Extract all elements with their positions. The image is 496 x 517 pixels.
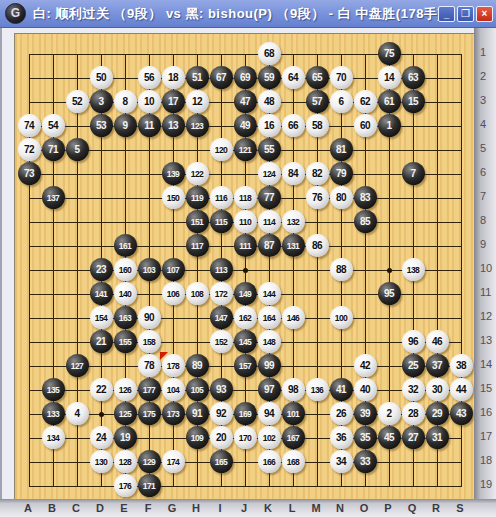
row-label-5: 5: [480, 142, 496, 156]
move-number: 54: [48, 120, 58, 131]
stone-black-69[interactable]: 69: [234, 66, 257, 89]
row-label-1: 1: [480, 46, 496, 60]
stone-black-49[interactable]: 49: [234, 114, 257, 137]
stone-white-30[interactable]: 30: [426, 378, 449, 401]
move-number: 51: [192, 72, 202, 83]
move-number: 17: [168, 96, 178, 107]
stone-white-56[interactable]: 56: [138, 66, 161, 89]
stone-white-100[interactable]: 100: [330, 306, 353, 329]
stone-white-10[interactable]: 10: [138, 90, 161, 113]
move-number: 9: [122, 120, 127, 131]
row-label-15: 15: [480, 382, 496, 396]
row-label-8: 8: [480, 214, 496, 228]
stone-white-8[interactable]: 8: [114, 90, 137, 113]
move-number: 79: [336, 168, 346, 179]
move-number: 76: [312, 192, 322, 203]
close-button[interactable]: ×: [476, 6, 493, 22]
stone-white-122[interactable]: 122: [186, 162, 209, 185]
move-number: 56: [144, 72, 154, 83]
stone-black-141[interactable]: 141: [90, 282, 113, 305]
row-label-10: 10: [480, 262, 496, 276]
stone-black-115[interactable]: 115: [210, 210, 233, 233]
go-client-window: { "window": { "title": "白: 顺利过关 （9段） vs …: [0, 0, 496, 517]
stone-black-147[interactable]: 147: [210, 306, 233, 329]
stone-black-93[interactable]: 93: [210, 378, 233, 401]
stone-white-42[interactable]: 42: [354, 354, 377, 377]
stone-black-167[interactable]: 167: [282, 426, 305, 449]
stone-white-58[interactable]: 58: [306, 114, 329, 137]
star-point: [99, 412, 104, 417]
move-number: 4: [74, 408, 79, 419]
stone-white-118[interactable]: 118: [234, 186, 257, 209]
stone-white-172[interactable]: 172: [210, 282, 233, 305]
stone-black-131[interactable]: 131: [282, 234, 305, 257]
stone-white-144[interactable]: 144: [258, 282, 281, 305]
move-number: 93: [216, 384, 226, 395]
stone-black-63[interactable]: 63: [402, 66, 425, 89]
column-label-F: F: [140, 502, 156, 514]
move-number: 167: [287, 433, 300, 443]
stone-black-7[interactable]: 7: [402, 162, 425, 185]
stone-white-128[interactable]: 128: [114, 450, 137, 473]
stone-white-68[interactable]: 68: [258, 42, 281, 65]
stone-white-28[interactable]: 28: [402, 402, 425, 425]
stone-white-174[interactable]: 174: [162, 450, 185, 473]
stone-white-108[interactable]: 108: [186, 282, 209, 305]
stone-white-60[interactable]: 60: [354, 114, 377, 137]
move-number: 64: [288, 72, 298, 83]
move-number: 1: [386, 120, 391, 131]
move-number: 18: [168, 72, 178, 83]
move-number: 97: [264, 384, 274, 395]
stone-white-78[interactable]: 78: [138, 354, 161, 377]
move-number: 13: [168, 120, 178, 131]
move-number: 155: [119, 337, 132, 347]
stone-black-79[interactable]: 79: [330, 162, 353, 185]
stone-black-121[interactable]: 121: [234, 138, 257, 161]
stone-black-85[interactable]: 85: [354, 210, 377, 233]
stone-white-116[interactable]: 116: [210, 186, 233, 209]
move-number: 175: [143, 409, 156, 419]
column-label-H: H: [188, 502, 204, 514]
stone-white-16[interactable]: 16: [258, 114, 281, 137]
move-number: 34: [336, 456, 346, 467]
stone-black-127[interactable]: 127: [66, 354, 89, 377]
move-number: 21: [96, 336, 106, 347]
column-label-R: R: [428, 502, 444, 514]
column-label-B: B: [44, 502, 60, 514]
move-number: 72: [24, 144, 34, 155]
stone-white-40[interactable]: 40: [354, 378, 377, 401]
move-number: 126: [119, 385, 132, 395]
move-number: 3: [98, 96, 103, 107]
stone-white-82[interactable]: 82: [306, 162, 329, 185]
row-coordinate-strip: 12345678910111213141516171819: [474, 28, 496, 499]
stone-black-5[interactable]: 5: [66, 138, 89, 161]
stone-black-113[interactable]: 113: [210, 258, 233, 281]
column-label-O: O: [356, 502, 372, 514]
stone-white-34[interactable]: 34: [330, 450, 353, 473]
stone-white-150[interactable]: 150: [162, 186, 185, 209]
stone-black-129[interactable]: 129: [138, 450, 161, 473]
move-number: 7: [410, 168, 415, 179]
stone-white-14[interactable]: 14: [378, 66, 401, 89]
stone-white-114[interactable]: 114: [258, 210, 281, 233]
move-number: 70: [336, 72, 346, 83]
stone-black-107[interactable]: 107: [162, 258, 185, 281]
move-number: 8: [122, 96, 127, 107]
stone-black-31[interactable]: 31: [426, 426, 449, 449]
stone-black-33[interactable]: 33: [354, 450, 377, 473]
stone-black-27[interactable]: 27: [402, 426, 425, 449]
move-number: 129: [143, 457, 156, 467]
stone-black-67[interactable]: 67: [210, 66, 233, 89]
move-number: 66: [288, 120, 298, 131]
move-number: 165: [215, 457, 228, 467]
stone-white-32[interactable]: 32: [402, 378, 425, 401]
move-number: 6: [338, 96, 343, 107]
stone-white-160[interactable]: 160: [114, 258, 137, 281]
stone-black-155[interactable]: 155: [114, 330, 137, 353]
stone-white-178[interactable]: 178: [162, 354, 185, 377]
move-number: 161: [119, 241, 132, 251]
move-number: 125: [119, 409, 132, 419]
stone-white-152[interactable]: 152: [210, 330, 233, 353]
move-number: 104: [167, 385, 180, 395]
stone-black-19[interactable]: 19: [114, 426, 137, 449]
stone-white-22[interactable]: 22: [90, 378, 113, 401]
stone-black-175[interactable]: 175: [138, 402, 161, 425]
stone-black-1[interactable]: 1: [378, 114, 401, 137]
stone-white-20[interactable]: 20: [210, 426, 233, 449]
column-label-I: I: [212, 502, 228, 514]
move-number: 170: [239, 433, 252, 443]
stone-black-161[interactable]: 161: [114, 234, 137, 257]
move-number: 89: [192, 360, 202, 371]
stone-white-62[interactable]: 62: [354, 90, 377, 113]
move-number: 73: [24, 168, 34, 179]
stone-black-119[interactable]: 119: [186, 186, 209, 209]
stone-black-17[interactable]: 17: [162, 90, 185, 113]
stone-white-106[interactable]: 106: [162, 282, 185, 305]
stone-white-140[interactable]: 140: [114, 282, 137, 305]
move-number: 48: [264, 96, 274, 107]
move-number: 114: [263, 217, 275, 227]
stone-white-76[interactable]: 76: [306, 186, 329, 209]
stone-white-120[interactable]: 120: [210, 138, 233, 161]
stone-white-134[interactable]: 134: [42, 426, 65, 449]
stone-black-163[interactable]: 163: [114, 306, 137, 329]
column-label-M: M: [308, 502, 324, 514]
stone-black-137[interactable]: 137: [42, 186, 65, 209]
stone-black-3[interactable]: 3: [90, 90, 113, 113]
row-label-3: 3: [480, 94, 496, 108]
move-number: 162: [239, 313, 252, 323]
stone-white-98[interactable]: 98: [282, 378, 305, 401]
stone-white-4[interactable]: 4: [66, 402, 89, 425]
move-number: 35: [360, 432, 370, 443]
move-number: 176: [119, 481, 132, 491]
stone-black-37[interactable]: 37: [426, 354, 449, 377]
stone-white-38[interactable]: 38: [450, 354, 473, 377]
stone-black-73[interactable]: 73: [18, 162, 41, 185]
stone-black-53[interactable]: 53: [90, 114, 113, 137]
move-number: 164: [263, 313, 276, 323]
move-number: 11: [144, 120, 154, 131]
stone-black-173[interactable]: 173: [162, 402, 185, 425]
stone-black-25[interactable]: 25: [402, 354, 425, 377]
stone-white-72[interactable]: 72: [18, 138, 41, 161]
stone-white-124[interactable]: 124: [258, 162, 281, 185]
stone-white-130[interactable]: 130: [90, 450, 113, 473]
stone-black-123[interactable]: 123: [186, 114, 209, 137]
column-label-K: K: [260, 502, 276, 514]
stone-white-84[interactable]: 84: [282, 162, 305, 185]
stone-white-94[interactable]: 94: [258, 402, 281, 425]
stone-black-23[interactable]: 23: [90, 258, 113, 281]
move-number: 147: [215, 313, 228, 323]
maximize-button[interactable]: ❐: [457, 6, 474, 22]
stone-white-148[interactable]: 148: [258, 330, 281, 353]
stone-white-132[interactable]: 132: [282, 210, 305, 233]
stone-black-35[interactable]: 35: [354, 426, 377, 449]
move-number: 26: [336, 408, 346, 419]
move-number: 91: [192, 408, 202, 419]
stone-black-151[interactable]: 151: [186, 210, 209, 233]
column-label-N: N: [332, 502, 348, 514]
stone-white-138[interactable]: 138: [402, 258, 425, 281]
move-number: 119: [191, 193, 203, 203]
move-number: 111: [239, 241, 251, 251]
stone-white-66[interactable]: 66: [282, 114, 305, 137]
stone-white-74[interactable]: 74: [18, 114, 41, 137]
move-number: 154: [95, 313, 108, 323]
stone-black-145[interactable]: 145: [234, 330, 257, 353]
stone-black-97[interactable]: 97: [258, 378, 281, 401]
stone-black-81[interactable]: 81: [330, 138, 353, 161]
stone-white-64[interactable]: 64: [282, 66, 305, 89]
stone-black-71[interactable]: 71: [42, 138, 65, 161]
move-number: 87: [264, 240, 274, 251]
stone-white-48[interactable]: 48: [258, 90, 281, 113]
move-number: 99: [264, 360, 274, 371]
stone-white-70[interactable]: 70: [330, 66, 353, 89]
move-number: 168: [287, 457, 300, 467]
stone-white-96[interactable]: 96: [402, 330, 425, 353]
stone-white-170[interactable]: 170: [234, 426, 257, 449]
stone-black-165[interactable]: 165: [210, 450, 233, 473]
move-number: 166: [263, 457, 276, 467]
move-number: 10: [144, 96, 154, 107]
go-board[interactable]: 6875505618516769596465701463523810171247…: [14, 33, 476, 500]
move-number: 68: [264, 48, 274, 59]
stone-black-75[interactable]: 75: [378, 42, 401, 65]
stone-white-126[interactable]: 126: [114, 378, 137, 401]
stone-black-103[interactable]: 103: [138, 258, 161, 281]
move-number: 44: [456, 384, 466, 395]
move-number: 77: [264, 192, 274, 203]
stone-black-11[interactable]: 11: [138, 114, 161, 137]
move-number: 136: [311, 385, 324, 395]
stone-black-125[interactable]: 125: [114, 402, 137, 425]
stone-black-169[interactable]: 169: [234, 402, 257, 425]
stone-white-54[interactable]: 54: [42, 114, 65, 137]
stone-white-88[interactable]: 88: [330, 258, 353, 281]
stone-white-158[interactable]: 158: [138, 330, 161, 353]
stone-black-111[interactable]: 111: [234, 234, 257, 257]
stone-black-39[interactable]: 39: [354, 402, 377, 425]
stone-white-52[interactable]: 52: [66, 90, 89, 113]
stone-black-135[interactable]: 135: [42, 378, 65, 401]
move-number: 86: [312, 240, 322, 251]
stone-black-9[interactable]: 9: [114, 114, 137, 137]
move-number: 90: [144, 312, 154, 323]
move-number: 140: [119, 289, 132, 299]
move-number: 172: [215, 289, 228, 299]
stone-black-101[interactable]: 101: [282, 402, 305, 425]
move-number: 100: [335, 313, 348, 323]
stone-black-109[interactable]: 109: [186, 426, 209, 449]
move-number: 109: [191, 433, 204, 443]
move-number: 92: [216, 408, 226, 419]
move-number: 20: [216, 432, 226, 443]
stone-black-157[interactable]: 157: [234, 354, 257, 377]
window-left-edge: [0, 28, 2, 517]
stone-white-168[interactable]: 168: [282, 450, 305, 473]
stone-white-146[interactable]: 146: [282, 306, 305, 329]
stone-white-164[interactable]: 164: [258, 306, 281, 329]
move-number: 101: [287, 409, 300, 419]
stone-white-166[interactable]: 166: [258, 450, 281, 473]
stone-white-6[interactable]: 6: [330, 90, 353, 113]
stone-white-18[interactable]: 18: [162, 66, 185, 89]
stone-black-59[interactable]: 59: [258, 66, 281, 89]
stone-black-45[interactable]: 45: [378, 426, 401, 449]
stone-black-13[interactable]: 13: [162, 114, 185, 137]
column-label-L: L: [284, 502, 300, 514]
move-number: 95: [384, 288, 394, 299]
stone-black-29[interactable]: 29: [426, 402, 449, 425]
stone-white-86[interactable]: 86: [306, 234, 329, 257]
move-number: 160: [119, 265, 132, 275]
stone-white-26[interactable]: 26: [330, 402, 353, 425]
move-number: 23: [96, 264, 106, 275]
stone-black-99[interactable]: 99: [258, 354, 281, 377]
row-label-6: 6: [480, 166, 496, 180]
stone-white-154[interactable]: 154: [90, 306, 113, 329]
move-number: 121: [239, 145, 252, 155]
column-label-P: P: [380, 502, 396, 514]
stone-black-149[interactable]: 149: [234, 282, 257, 305]
move-number: 80: [336, 192, 346, 203]
move-number: 61: [384, 96, 394, 107]
move-number: 107: [167, 265, 180, 275]
stone-black-61[interactable]: 61: [378, 90, 401, 113]
stone-white-90[interactable]: 90: [138, 306, 161, 329]
move-number: 128: [119, 457, 132, 467]
stone-black-177[interactable]: 177: [138, 378, 161, 401]
stone-white-136[interactable]: 136: [306, 378, 329, 401]
stone-black-117[interactable]: 117: [186, 234, 209, 257]
stone-black-133[interactable]: 133: [42, 402, 65, 425]
move-number: 133: [47, 409, 60, 419]
move-number: 36: [336, 432, 346, 443]
stone-black-15[interactable]: 15: [402, 90, 425, 113]
stone-white-104[interactable]: 104: [162, 378, 185, 401]
column-label-C: C: [68, 502, 84, 514]
minimize-button[interactable]: _: [438, 6, 455, 22]
move-number: 178: [167, 361, 180, 371]
move-number: 52: [72, 96, 82, 107]
stone-white-110[interactable]: 110: [234, 210, 257, 233]
move-number: 24: [96, 432, 106, 443]
stone-black-139[interactable]: 139: [162, 162, 185, 185]
stone-white-92[interactable]: 92: [210, 402, 233, 425]
move-number: 144: [263, 289, 276, 299]
stone-black-65[interactable]: 65: [306, 66, 329, 89]
move-number: 132: [287, 217, 300, 227]
move-number: 50: [96, 72, 106, 83]
stone-black-91[interactable]: 91: [186, 402, 209, 425]
stone-black-41[interactable]: 41: [330, 378, 353, 401]
star-point: [243, 268, 248, 273]
column-label-D: D: [92, 502, 108, 514]
stone-white-2[interactable]: 2: [378, 402, 401, 425]
stone-black-43[interactable]: 43: [450, 402, 473, 425]
move-number: 31: [432, 432, 442, 443]
titlebar[interactable]: G 白: 顺利过关 （9段） vs 黑: bishou(P) （9段） - 白 …: [0, 0, 496, 28]
move-number: 82: [312, 168, 322, 179]
move-number: 5: [74, 144, 79, 155]
stone-white-162[interactable]: 162: [234, 306, 257, 329]
stone-white-50[interactable]: 50: [90, 66, 113, 89]
window-controls: _ ❐ ×: [438, 6, 493, 22]
stone-white-176[interactable]: 176: [114, 474, 137, 497]
move-number: 124: [263, 169, 276, 179]
move-number: 33: [360, 456, 370, 467]
move-number: 42: [360, 360, 370, 371]
stone-white-12[interactable]: 12: [186, 90, 209, 113]
row-label-9: 9: [480, 238, 496, 252]
stone-black-51[interactable]: 51: [186, 66, 209, 89]
stone-black-57[interactable]: 57: [306, 90, 329, 113]
stone-black-83[interactable]: 83: [354, 186, 377, 209]
stone-white-36[interactable]: 36: [330, 426, 353, 449]
move-number: 141: [95, 289, 108, 299]
stone-black-55[interactable]: 55: [258, 138, 281, 161]
stone-black-95[interactable]: 95: [378, 282, 401, 305]
move-number: 60: [360, 120, 370, 131]
stone-white-44[interactable]: 44: [450, 378, 473, 401]
stone-white-80[interactable]: 80: [330, 186, 353, 209]
stone-white-102[interactable]: 102: [258, 426, 281, 449]
move-number: 67: [216, 72, 226, 83]
stone-black-171[interactable]: 171: [138, 474, 161, 497]
stone-black-89[interactable]: 89: [186, 354, 209, 377]
stone-black-105[interactable]: 105: [186, 378, 209, 401]
move-number: 127: [71, 361, 84, 371]
move-number: 113: [215, 265, 227, 275]
stone-black-77[interactable]: 77: [258, 186, 281, 209]
stone-white-24[interactable]: 24: [90, 426, 113, 449]
stone-black-21[interactable]: 21: [90, 330, 113, 353]
star-point: [387, 268, 392, 273]
move-number: 137: [47, 193, 60, 203]
move-number: 145: [239, 337, 252, 347]
stone-white-46[interactable]: 46: [426, 330, 449, 353]
stone-black-87[interactable]: 87: [258, 234, 281, 257]
stone-black-47[interactable]: 47: [234, 90, 257, 113]
